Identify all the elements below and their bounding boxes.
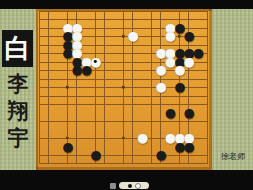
black-stone: ● [62,142,72,151]
black-stone: ● [62,49,72,58]
go-board[interactable]: ●●●●●●●●●●●●●●●●●●●●●●●●●●●●●●●●●●●●●●●●… [36,9,212,170]
black-stone: ● [184,108,194,117]
black-stone: ● [174,142,184,151]
white-stone: ● [156,66,166,75]
black-stone: ● [165,108,175,117]
black-stone: ● [81,66,91,75]
letterbox-top [0,0,253,9]
side-panel-right: 徐老师 [212,9,253,170]
white-stone: ● [174,66,184,75]
white-stone: ● [128,32,138,41]
white-side-badge: 白 [2,30,33,67]
control-chip-group[interactable] [110,182,149,189]
white-stone: ● [156,49,166,58]
black-stone: ● [184,142,194,151]
white-stone-icon [135,183,141,189]
black-stone: ● [156,150,166,159]
caption-text: 徐老师 [221,152,253,161]
stone-counter-pill[interactable] [119,182,149,189]
player-panel-white: 白 李翔宇 [0,9,36,170]
white-stone: ● [137,133,147,142]
black-stone-icon [128,184,132,188]
white-stone: ● [156,83,166,92]
black-stone: ● [72,66,82,75]
menu-square-icon[interactable] [110,183,116,189]
black-stone: ● [90,150,100,159]
white-stone: ● [165,133,175,142]
white-player-name: 李翔宇 [6,71,30,152]
white-stone: ● [165,32,175,41]
black-stone: ● [174,83,184,92]
broadcast-frame: 白 李翔宇 ●●●●●●●●●●●●●●●●●●●●●●●●●●●●●●●●●●… [0,0,253,190]
black-stone: ● [184,32,194,41]
